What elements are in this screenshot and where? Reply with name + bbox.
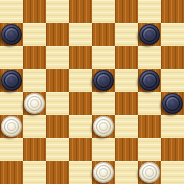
square-r1c5[interactable] [92, 0, 115, 23]
square-r2c3[interactable] [46, 23, 69, 46]
square-r1c8[interactable] [161, 0, 184, 23]
square-r1c1[interactable] [0, 0, 23, 23]
black-man-piece[interactable] [162, 93, 183, 114]
square-r3c3[interactable] [46, 46, 69, 69]
square-r8c4[interactable] [69, 161, 92, 184]
square-r7c7[interactable] [138, 138, 161, 161]
white-man-piece[interactable] [1, 116, 22, 137]
square-r8c1[interactable] [0, 161, 23, 184]
square-r2c8[interactable] [161, 23, 184, 46]
square-r7c5[interactable] [92, 138, 115, 161]
square-r1c6[interactable] [115, 0, 138, 23]
black-man-piece[interactable] [139, 24, 160, 45]
square-r2c2[interactable] [23, 23, 46, 46]
square-r6c5[interactable] [92, 115, 115, 138]
square-r3c1[interactable] [0, 46, 23, 69]
square-r6c6[interactable] [115, 115, 138, 138]
square-r3c4[interactable] [69, 46, 92, 69]
white-man-piece[interactable] [24, 93, 45, 114]
square-r6c1[interactable] [0, 115, 23, 138]
square-r1c2[interactable] [23, 0, 46, 23]
square-r8c8[interactable] [161, 161, 184, 184]
white-man-piece[interactable] [93, 116, 114, 137]
square-r8c7[interactable] [138, 161, 161, 184]
black-man-piece[interactable] [1, 24, 22, 45]
square-r1c4[interactable] [69, 0, 92, 23]
square-r4c7[interactable] [138, 69, 161, 92]
black-man-piece[interactable] [1, 70, 22, 91]
square-r4c1[interactable] [0, 69, 23, 92]
square-r7c2[interactable] [23, 138, 46, 161]
square-r1c3[interactable] [46, 0, 69, 23]
square-r4c3[interactable] [46, 69, 69, 92]
square-r7c4[interactable] [69, 138, 92, 161]
square-r2c5[interactable] [92, 23, 115, 46]
white-man-piece[interactable] [139, 162, 160, 183]
square-r8c6[interactable] [115, 161, 138, 184]
square-r3c2[interactable] [23, 46, 46, 69]
square-r4c2[interactable] [23, 69, 46, 92]
square-r6c2[interactable] [23, 115, 46, 138]
square-r8c5[interactable] [92, 161, 115, 184]
square-r2c1[interactable] [0, 23, 23, 46]
square-r6c4[interactable] [69, 115, 92, 138]
square-r5c8[interactable] [161, 92, 184, 115]
square-r3c5[interactable] [92, 46, 115, 69]
square-r5c3[interactable] [46, 92, 69, 115]
square-r5c5[interactable] [92, 92, 115, 115]
square-r4c4[interactable] [69, 69, 92, 92]
square-r4c6[interactable] [115, 69, 138, 92]
checkers-board [0, 0, 184, 184]
square-r5c2[interactable] [23, 92, 46, 115]
square-r3c6[interactable] [115, 46, 138, 69]
square-r5c6[interactable] [115, 92, 138, 115]
square-r7c3[interactable] [46, 138, 69, 161]
square-r2c4[interactable] [69, 23, 92, 46]
square-r6c8[interactable] [161, 115, 184, 138]
square-r2c7[interactable] [138, 23, 161, 46]
square-r4c5[interactable] [92, 69, 115, 92]
square-r7c6[interactable] [115, 138, 138, 161]
square-r2c6[interactable] [115, 23, 138, 46]
square-r5c7[interactable] [138, 92, 161, 115]
square-r6c7[interactable] [138, 115, 161, 138]
square-r4c8[interactable] [161, 69, 184, 92]
square-r8c3[interactable] [46, 161, 69, 184]
square-r5c1[interactable] [0, 92, 23, 115]
white-man-piece[interactable] [93, 162, 114, 183]
square-r5c4[interactable] [69, 92, 92, 115]
black-man-piece[interactable] [93, 70, 114, 91]
square-r7c1[interactable] [0, 138, 23, 161]
square-r3c8[interactable] [161, 46, 184, 69]
black-man-piece[interactable] [139, 70, 160, 91]
square-r3c7[interactable] [138, 46, 161, 69]
square-r8c2[interactable] [23, 161, 46, 184]
square-r6c3[interactable] [46, 115, 69, 138]
square-r1c7[interactable] [138, 0, 161, 23]
square-r7c8[interactable] [161, 138, 184, 161]
